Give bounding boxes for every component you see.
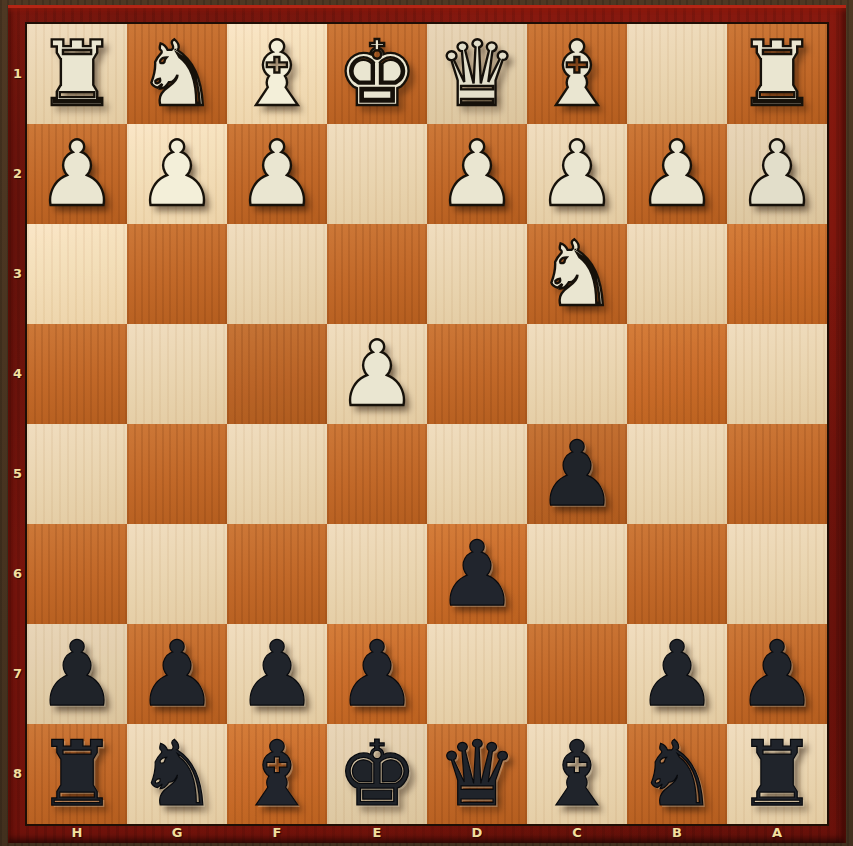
rank-label-5: 5 <box>8 424 27 524</box>
square-h3[interactable] <box>27 224 127 324</box>
square-d6[interactable]: ♟ <box>427 524 527 624</box>
square-h2[interactable]: ♟ <box>27 124 127 224</box>
square-g8[interactable]: ♞ <box>127 724 227 824</box>
rank-label-4: 4 <box>8 324 27 424</box>
square-h8[interactable]: ♜ <box>27 724 127 824</box>
file-label-h: H <box>27 824 127 843</box>
square-d8[interactable]: ♛ <box>427 724 527 824</box>
square-f4[interactable] <box>227 324 327 424</box>
black-rook[interactable]: ♜ <box>27 724 127 824</box>
square-a6[interactable] <box>727 524 827 624</box>
black-pawn[interactable]: ♟ <box>427 524 527 624</box>
square-f6[interactable] <box>227 524 327 624</box>
square-h5[interactable] <box>27 424 127 524</box>
rank-label-2: 2 <box>8 124 27 224</box>
square-c5[interactable]: ♟ <box>527 424 627 524</box>
white-pawn[interactable]: ♟ <box>427 124 527 224</box>
square-e7[interactable]: ♟ <box>327 624 427 724</box>
square-c1[interactable]: ♝ <box>527 24 627 124</box>
black-bishop[interactable]: ♝ <box>527 724 627 824</box>
square-g7[interactable]: ♟ <box>127 624 227 724</box>
rank-label-8: 8 <box>8 724 27 824</box>
white-bishop[interactable]: ♝ <box>227 24 327 124</box>
rank-label-7: 7 <box>8 624 27 724</box>
square-a2[interactable]: ♟ <box>727 124 827 224</box>
white-pawn[interactable]: ♟ <box>227 124 327 224</box>
square-b6[interactable] <box>627 524 727 624</box>
square-e3[interactable] <box>327 224 427 324</box>
square-c8[interactable]: ♝ <box>527 724 627 824</box>
page-background: 1 2 3 4 5 6 7 8 ♜♞♝♚♛♝♜♟♟♟♟♟♟♟♞♟♟♟♟♟♟♟♟♟… <box>0 0 853 846</box>
rank-label-3: 3 <box>8 224 27 324</box>
square-f5[interactable] <box>227 424 327 524</box>
square-h1[interactable]: ♜ <box>27 24 127 124</box>
file-label-g: G <box>127 824 227 843</box>
square-b4[interactable] <box>627 324 727 424</box>
square-b8[interactable]: ♞ <box>627 724 727 824</box>
black-queen[interactable]: ♛ <box>427 724 527 824</box>
square-g3[interactable] <box>127 224 227 324</box>
black-pawn[interactable]: ♟ <box>727 624 827 724</box>
square-b5[interactable] <box>627 424 727 524</box>
square-d1[interactable]: ♛ <box>427 24 527 124</box>
square-f8[interactable]: ♝ <box>227 724 327 824</box>
square-c6[interactable] <box>527 524 627 624</box>
square-b7[interactable]: ♟ <box>627 624 727 724</box>
square-f1[interactable]: ♝ <box>227 24 327 124</box>
square-b2[interactable]: ♟ <box>627 124 727 224</box>
square-e2[interactable] <box>327 124 427 224</box>
square-g2[interactable]: ♟ <box>127 124 227 224</box>
square-b1[interactable] <box>627 24 727 124</box>
square-d2[interactable]: ♟ <box>427 124 527 224</box>
square-e1[interactable]: ♚ <box>327 24 427 124</box>
square-a8[interactable]: ♜ <box>727 724 827 824</box>
square-d5[interactable] <box>427 424 527 524</box>
black-pawn[interactable]: ♟ <box>327 624 427 724</box>
white-knight[interactable]: ♞ <box>527 224 627 324</box>
square-h4[interactable] <box>27 324 127 424</box>
black-knight[interactable]: ♞ <box>127 724 227 824</box>
file-labels: H G F E D C B A <box>27 824 827 843</box>
white-king[interactable]: ♚ <box>327 24 427 124</box>
black-pawn[interactable]: ♟ <box>527 424 627 524</box>
square-f3[interactable] <box>227 224 327 324</box>
square-f2[interactable]: ♟ <box>227 124 327 224</box>
square-d4[interactable] <box>427 324 527 424</box>
white-pawn[interactable]: ♟ <box>627 124 727 224</box>
white-pawn[interactable]: ♟ <box>327 324 427 424</box>
file-label-d: D <box>427 824 527 843</box>
black-rook[interactable]: ♜ <box>727 724 827 824</box>
black-pawn[interactable]: ♟ <box>127 624 227 724</box>
black-king[interactable]: ♚ <box>327 724 427 824</box>
black-pawn[interactable]: ♟ <box>27 624 127 724</box>
white-pawn[interactable]: ♟ <box>127 124 227 224</box>
file-label-b: B <box>627 824 727 843</box>
square-e4[interactable]: ♟ <box>327 324 427 424</box>
white-pawn[interactable]: ♟ <box>527 124 627 224</box>
white-rook[interactable]: ♜ <box>727 24 827 124</box>
square-d3[interactable] <box>427 224 527 324</box>
file-label-e: E <box>327 824 427 843</box>
square-f7[interactable]: ♟ <box>227 624 327 724</box>
square-h6[interactable] <box>27 524 127 624</box>
black-knight[interactable]: ♞ <box>627 724 727 824</box>
square-a5[interactable] <box>727 424 827 524</box>
chess-board: ♜♞♝♚♛♝♜♟♟♟♟♟♟♟♞♟♟♟♟♟♟♟♟♟♜♞♝♚♛♝♞♜ <box>27 24 827 824</box>
white-pawn[interactable]: ♟ <box>727 124 827 224</box>
square-e5[interactable] <box>327 424 427 524</box>
file-label-c: C <box>527 824 627 843</box>
black-pawn[interactable]: ♟ <box>627 624 727 724</box>
white-pawn[interactable]: ♟ <box>27 124 127 224</box>
square-d7[interactable] <box>427 624 527 724</box>
square-b3[interactable] <box>627 224 727 324</box>
square-g6[interactable] <box>127 524 227 624</box>
square-g1[interactable]: ♞ <box>127 24 227 124</box>
white-rook[interactable]: ♜ <box>27 24 127 124</box>
file-label-f: F <box>227 824 327 843</box>
square-a4[interactable] <box>727 324 827 424</box>
square-g4[interactable] <box>127 324 227 424</box>
square-e6[interactable] <box>327 524 427 624</box>
chess-board-frame: 1 2 3 4 5 6 7 8 ♜♞♝♚♛♝♜♟♟♟♟♟♟♟♞♟♟♟♟♟♟♟♟♟… <box>8 5 846 843</box>
square-g5[interactable] <box>127 424 227 524</box>
rank-labels: 1 2 3 4 5 6 7 8 <box>8 24 27 824</box>
square-a1[interactable]: ♜ <box>727 24 827 124</box>
square-c7[interactable] <box>527 624 627 724</box>
square-a7[interactable]: ♟ <box>727 624 827 724</box>
square-h7[interactable]: ♟ <box>27 624 127 724</box>
black-bishop[interactable]: ♝ <box>227 724 327 824</box>
black-pawn[interactable]: ♟ <box>227 624 327 724</box>
square-c2[interactable]: ♟ <box>527 124 627 224</box>
square-e8[interactable]: ♚ <box>327 724 427 824</box>
square-c4[interactable] <box>527 324 627 424</box>
white-knight[interactable]: ♞ <box>127 24 227 124</box>
white-bishop[interactable]: ♝ <box>527 24 627 124</box>
square-a3[interactable] <box>727 224 827 324</box>
rank-label-1: 1 <box>8 24 27 124</box>
white-queen[interactable]: ♛ <box>427 24 527 124</box>
square-c3[interactable]: ♞ <box>527 224 627 324</box>
rank-label-6: 6 <box>8 524 27 624</box>
file-label-a: A <box>727 824 827 843</box>
